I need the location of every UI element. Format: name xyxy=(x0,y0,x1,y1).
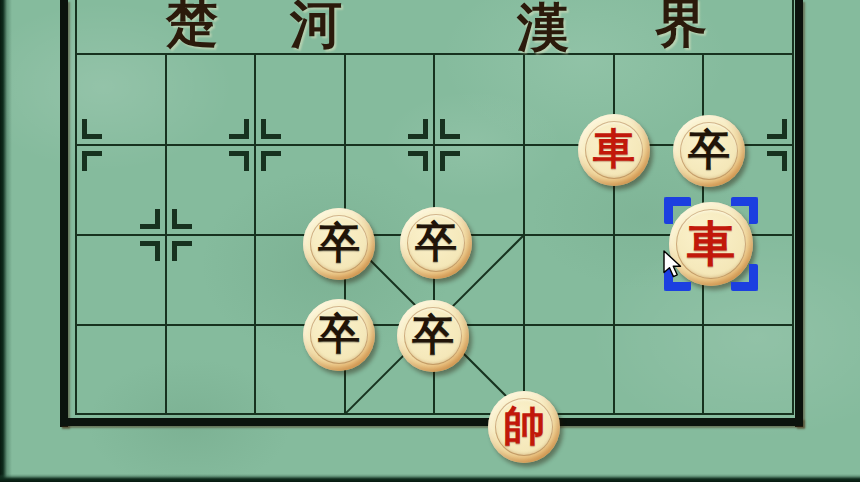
screen-edge-shadow-bottom xyxy=(0,474,860,482)
point-marker xyxy=(229,151,249,171)
piece-black-soldier[interactable]: 卒 xyxy=(400,207,472,279)
piece-glyph-soldier: 卒 xyxy=(318,222,360,264)
river-label-han: 漢 xyxy=(517,1,569,53)
selection-bracket-corner xyxy=(664,197,691,224)
piece-glyph-chariot: 車 xyxy=(593,128,635,170)
piece-black-soldier[interactable]: 卒 xyxy=(397,300,469,372)
piece-black-soldier[interactable]: 卒 xyxy=(303,299,375,371)
selection-bracket-corner xyxy=(731,197,758,224)
piece-glyph-soldier: 卒 xyxy=(318,313,360,355)
point-marker xyxy=(767,119,787,139)
grid-line-horizontal xyxy=(75,53,794,55)
piece-glyph-chariot: 車 xyxy=(687,219,735,267)
piece-black-soldier[interactable]: 卒 xyxy=(673,115,745,187)
xiangqi-game-screen: 車卒車卒卒卒卒帥 楚 河 漢 界 xyxy=(0,0,860,482)
screen-edge-shadow-left xyxy=(0,0,12,482)
point-marker xyxy=(172,241,192,261)
point-marker xyxy=(82,151,102,171)
piece-glyph-soldier: 卒 xyxy=(688,129,730,171)
board-frame-bottom xyxy=(60,418,803,426)
piece-red-chariot[interactable]: 車 xyxy=(578,114,650,186)
point-marker xyxy=(229,119,249,139)
point-marker xyxy=(140,241,160,261)
mouse-cursor-icon xyxy=(663,250,687,280)
point-marker xyxy=(408,151,428,171)
point-marker xyxy=(440,151,460,171)
point-marker xyxy=(261,119,281,139)
point-marker xyxy=(140,209,160,229)
board-frame-right xyxy=(795,0,803,427)
point-marker xyxy=(172,209,192,229)
grid-line-horizontal xyxy=(75,413,794,415)
piece-glyph-soldier: 卒 xyxy=(412,314,454,356)
point-marker xyxy=(82,119,102,139)
point-marker xyxy=(440,119,460,139)
grid-line-vertical xyxy=(75,0,77,415)
selection-bracket-corner xyxy=(731,264,758,291)
grid-line-vertical xyxy=(792,0,794,415)
river-label-he: 河 xyxy=(290,0,342,50)
point-marker xyxy=(767,151,787,171)
river-label-chu: 楚 xyxy=(166,0,218,48)
piece-red-general[interactable]: 帥 xyxy=(488,391,560,463)
piece-black-soldier[interactable]: 卒 xyxy=(303,208,375,280)
point-marker xyxy=(408,119,428,139)
board-frame-left xyxy=(60,0,68,427)
piece-glyph-general: 帥 xyxy=(503,405,545,447)
xiangqi-board[interactable]: 車卒車卒卒卒卒帥 xyxy=(0,0,860,482)
point-marker xyxy=(261,151,281,171)
piece-glyph-soldier: 卒 xyxy=(415,221,457,263)
river-label-jie: 界 xyxy=(655,0,707,49)
